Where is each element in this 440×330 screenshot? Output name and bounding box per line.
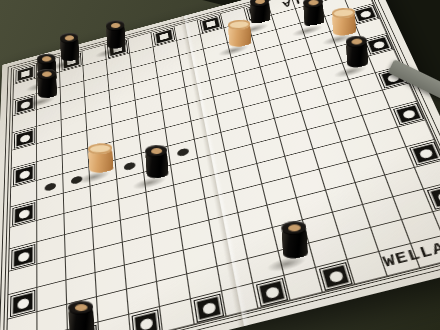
board-paper: WELLA WELLA xyxy=(0,0,440,330)
border-square-inset xyxy=(206,20,216,27)
border-square-inset xyxy=(253,8,263,15)
border-square-inset xyxy=(113,45,122,52)
border-square-inset xyxy=(21,70,29,78)
border-square-inset xyxy=(20,134,30,143)
black-piece[interactable] xyxy=(145,144,169,179)
piece-lid-label xyxy=(110,22,120,28)
board-3d-wrapper: WELLA WELLA xyxy=(0,0,440,330)
border-square-inset xyxy=(20,100,29,109)
setup-dot xyxy=(44,182,55,192)
black-piece[interactable] xyxy=(68,300,96,330)
border-square-inset xyxy=(372,40,385,49)
setup-dot xyxy=(123,161,135,171)
border-square-inset xyxy=(19,170,29,180)
black-piece[interactable] xyxy=(281,220,309,259)
setup-dot xyxy=(70,175,82,185)
piece-lid-label xyxy=(150,147,161,154)
piece-lid-label xyxy=(287,224,300,232)
border-square-inset xyxy=(67,58,75,65)
border-square-inset xyxy=(159,33,168,40)
piece-lid-label xyxy=(74,303,87,311)
setup-dot xyxy=(176,147,189,157)
piece-lid-label xyxy=(64,35,74,41)
border-square-inset xyxy=(359,10,371,18)
photo-stage: WELLA WELLA xyxy=(0,0,440,330)
